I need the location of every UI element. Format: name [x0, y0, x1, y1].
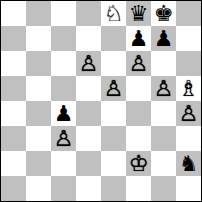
square-a3[interactable] — [1, 126, 26, 151]
square-e3[interactable] — [101, 126, 126, 151]
square-d5[interactable] — [76, 76, 101, 101]
square-b3[interactable] — [26, 126, 51, 151]
square-a4[interactable] — [1, 101, 26, 126]
square-f2[interactable]: ♔ — [126, 151, 151, 176]
square-b4[interactable] — [26, 101, 51, 126]
square-d1[interactable] — [76, 176, 101, 201]
chess-board: ♘♛♚♟♟♙♙♙♙♗♟♙♙♔♞ — [1, 1, 201, 201]
square-c2[interactable] — [51, 151, 76, 176]
square-h1[interactable] — [176, 176, 201, 201]
square-d2[interactable] — [76, 151, 101, 176]
square-h2[interactable]: ♞ — [176, 151, 201, 176]
white-pawn-piece: ♙ — [151, 76, 176, 101]
square-b2[interactable] — [26, 151, 51, 176]
white-pawn-piece: ♙ — [76, 51, 101, 76]
square-e8[interactable]: ♘ — [101, 1, 126, 26]
square-h6[interactable] — [176, 51, 201, 76]
square-d4[interactable] — [76, 101, 101, 126]
white-bishop-piece: ♗ — [176, 76, 201, 101]
square-b6[interactable] — [26, 51, 51, 76]
square-f8[interactable]: ♛ — [126, 1, 151, 26]
black-king-piece: ♚ — [151, 1, 176, 26]
black-pawn-piece: ♟ — [151, 26, 176, 51]
square-c4[interactable]: ♟ — [51, 101, 76, 126]
square-b1[interactable] — [26, 176, 51, 201]
square-d3[interactable] — [76, 126, 101, 151]
square-c1[interactable] — [51, 176, 76, 201]
black-pawn-piece: ♟ — [51, 101, 76, 126]
chess-board-frame: ♘♛♚♟♟♙♙♙♙♗♟♙♙♔♞ — [0, 0, 202, 202]
square-f6[interactable]: ♙ — [126, 51, 151, 76]
square-f1[interactable] — [126, 176, 151, 201]
square-c6[interactable] — [51, 51, 76, 76]
square-e7[interactable] — [101, 26, 126, 51]
square-e4[interactable] — [101, 101, 126, 126]
square-c7[interactable] — [51, 26, 76, 51]
square-g2[interactable] — [151, 151, 176, 176]
square-f5[interactable] — [126, 76, 151, 101]
square-h4[interactable]: ♙ — [176, 101, 201, 126]
black-knight-piece: ♞ — [176, 151, 201, 176]
square-a7[interactable] — [1, 26, 26, 51]
square-f4[interactable] — [126, 101, 151, 126]
square-b5[interactable] — [26, 76, 51, 101]
square-g8[interactable]: ♚ — [151, 1, 176, 26]
white-king-piece: ♔ — [126, 151, 151, 176]
square-a2[interactable] — [1, 151, 26, 176]
square-h3[interactable] — [176, 126, 201, 151]
square-g1[interactable] — [151, 176, 176, 201]
square-g6[interactable] — [151, 51, 176, 76]
square-g7[interactable]: ♟ — [151, 26, 176, 51]
square-c3[interactable]: ♙ — [51, 126, 76, 151]
white-pawn-piece: ♙ — [101, 76, 126, 101]
square-h8[interactable] — [176, 1, 201, 26]
square-g3[interactable] — [151, 126, 176, 151]
square-h5[interactable]: ♗ — [176, 76, 201, 101]
square-b7[interactable] — [26, 26, 51, 51]
square-f3[interactable] — [126, 126, 151, 151]
white-pawn-piece: ♙ — [51, 126, 76, 151]
black-queen-piece: ♛ — [126, 1, 151, 26]
square-g5[interactable]: ♙ — [151, 76, 176, 101]
square-a8[interactable] — [1, 1, 26, 26]
square-a6[interactable] — [1, 51, 26, 76]
square-d6[interactable]: ♙ — [76, 51, 101, 76]
square-e1[interactable] — [101, 176, 126, 201]
black-pawn-piece: ♟ — [126, 26, 151, 51]
square-b8[interactable] — [26, 1, 51, 26]
white-pawn-piece: ♙ — [176, 101, 201, 126]
square-c8[interactable] — [51, 1, 76, 26]
square-e2[interactable] — [101, 151, 126, 176]
square-c5[interactable] — [51, 76, 76, 101]
square-a1[interactable] — [1, 176, 26, 201]
square-d8[interactable] — [76, 1, 101, 26]
square-f7[interactable]: ♟ — [126, 26, 151, 51]
square-a5[interactable] — [1, 76, 26, 101]
white-pawn-piece: ♙ — [126, 51, 151, 76]
square-e6[interactable] — [101, 51, 126, 76]
square-e5[interactable]: ♙ — [101, 76, 126, 101]
white-knight-piece: ♘ — [101, 1, 126, 26]
square-d7[interactable] — [76, 26, 101, 51]
square-h7[interactable] — [176, 26, 201, 51]
square-g4[interactable] — [151, 101, 176, 126]
